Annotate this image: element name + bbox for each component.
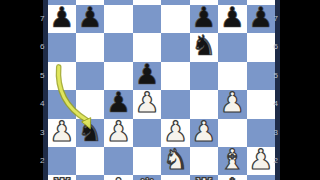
square-d1: ♛ (133, 175, 161, 180)
rank-label-left-2: 2 (33, 156, 45, 166)
black-pawn-h7: ♟ (248, 4, 273, 32)
rank-label-right-2: 2 (274, 156, 286, 166)
white-pawn-f3: ♟ (191, 118, 216, 146)
black-pawn-a7: ♟ (49, 4, 74, 32)
square-e7 (161, 5, 189, 33)
square-e5 (161, 62, 189, 90)
white-pawn-e3: ♟ (163, 118, 188, 146)
chess-board: ♜♝♛♜♚♟♟♟♟♟♞♟♟♟♟♟♞♟♟♟♞♝♟♜♝♛♜♚ (48, 0, 276, 180)
rank-label-left-7: 7 (33, 14, 45, 24)
white-pawn-c3: ♟ (106, 118, 131, 146)
square-a3: ♟ (48, 119, 76, 147)
black-queen-d8: ♛ (134, 0, 159, 4)
square-a1: ♜ (48, 175, 76, 180)
black-knight-f6: ♞ (191, 32, 216, 60)
white-rook-a1: ♜ (49, 175, 74, 180)
square-g4: ♟ (218, 90, 246, 118)
square-c3: ♟ (104, 119, 132, 147)
square-b3: ♞ (76, 119, 104, 147)
white-pawn-g4: ♟ (220, 89, 245, 117)
square-f3: ♟ (190, 119, 218, 147)
white-pawn-d4: ♟ (134, 89, 159, 117)
black-pawn-g7: ♟ (220, 4, 245, 32)
white-queen-d1: ♛ (134, 175, 159, 180)
rank-label-left-5: 5 (33, 71, 45, 81)
square-g6 (218, 33, 246, 61)
rank-label-right-7: 7 (274, 14, 286, 24)
square-c7 (104, 5, 132, 33)
black-knight-b3: ♞ (78, 118, 103, 146)
square-c6 (104, 33, 132, 61)
square-d4: ♟ (133, 90, 161, 118)
white-pawn-a3: ♟ (49, 118, 74, 146)
square-g7: ♟ (218, 5, 246, 33)
white-rook-f1: ♜ (191, 175, 216, 180)
rank-label-left-3: 3 (33, 128, 45, 138)
square-b1 (76, 175, 104, 180)
square-h5 (247, 62, 275, 90)
white-king-g1: ♚ (220, 175, 245, 180)
square-d3 (133, 119, 161, 147)
square-e6 (161, 33, 189, 61)
square-h1 (247, 175, 275, 180)
black-pawn-b7: ♟ (78, 4, 103, 32)
square-b5 (76, 62, 104, 90)
square-h7: ♟ (247, 5, 275, 33)
rank-label-right-3: 3 (274, 128, 286, 138)
black-bishop-c8: ♝ (106, 0, 131, 4)
square-h6 (247, 33, 275, 61)
square-c1: ♝ (104, 175, 132, 180)
white-bishop-g2: ♝ (220, 146, 245, 174)
square-a6 (48, 33, 76, 61)
rank-label-right-5: 5 (274, 71, 286, 81)
square-a7: ♟ (48, 5, 76, 33)
white-bishop-c1: ♝ (106, 175, 131, 180)
square-e1 (161, 175, 189, 180)
square-b6 (76, 33, 104, 61)
rank-label-right-6: 6 (274, 42, 286, 52)
video-frame: ♜♝♛♜♚♟♟♟♟♟♞♟♟♟♟♟♞♟♟♟♞♝♟♜♝♛♜♚ 88776655443… (0, 0, 320, 180)
black-pawn-d5: ♟ (134, 61, 159, 89)
rank-label-right-4: 4 (274, 99, 286, 109)
rank-label-left-4: 4 (33, 99, 45, 109)
square-e2: ♞ (161, 147, 189, 175)
black-pawn-f7: ♟ (191, 4, 216, 32)
white-knight-e2: ♞ (163, 146, 188, 174)
square-f5 (190, 62, 218, 90)
white-pawn-h2: ♟ (248, 146, 273, 174)
rank-label-left-6: 6 (33, 42, 45, 52)
square-g1: ♚ (218, 175, 246, 180)
square-f1: ♜ (190, 175, 218, 180)
square-h2: ♟ (247, 147, 275, 175)
square-d7 (133, 5, 161, 33)
square-b2 (76, 147, 104, 175)
board-border-right (275, 0, 280, 180)
black-pawn-c4: ♟ (106, 89, 131, 117)
board-border-left (43, 0, 48, 180)
square-h4 (247, 90, 275, 118)
square-f6: ♞ (190, 33, 218, 61)
square-b7: ♟ (76, 5, 104, 33)
square-a5 (48, 62, 76, 90)
